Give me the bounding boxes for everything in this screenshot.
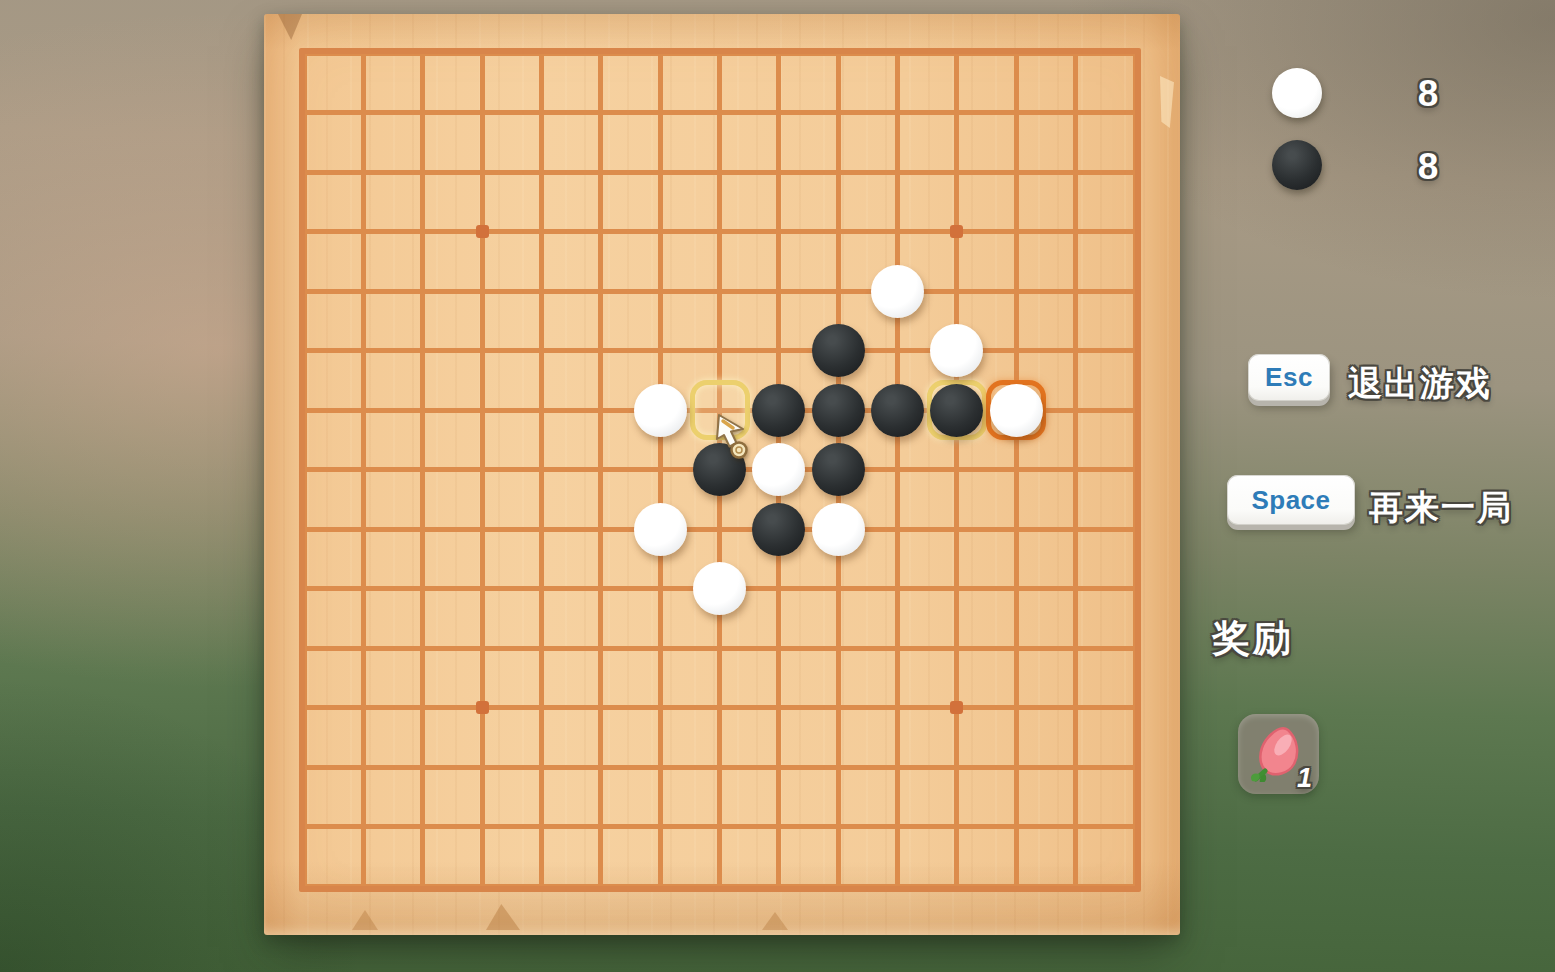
star-point	[950, 701, 963, 714]
game-screen: 8 8 Esc 退出游戏 Space 再来一局 奖励 1	[0, 0, 1555, 972]
star-point	[950, 225, 963, 238]
stone-black	[752, 384, 805, 437]
stone-black	[871, 384, 924, 437]
space-key-label: Space	[1251, 485, 1330, 516]
game-cursor	[713, 413, 751, 459]
stone-white	[812, 503, 865, 556]
space-key-button[interactable]: Space	[1227, 475, 1355, 525]
esc-key-label: Esc	[1265, 362, 1313, 393]
stone-black	[930, 384, 983, 437]
reward-count: 1	[1297, 763, 1312, 793]
stone-black	[812, 324, 865, 377]
gomoku-board[interactable]	[264, 14, 1180, 935]
white-stone-indicator	[1272, 68, 1322, 118]
stone-white	[693, 562, 746, 615]
wood-notch	[762, 912, 788, 930]
reward-slot[interactable]: 1	[1238, 714, 1319, 794]
stone-black	[812, 443, 865, 496]
star-point	[476, 701, 489, 714]
esc-key-button[interactable]: Esc	[1248, 354, 1330, 401]
black-stone-indicator	[1272, 140, 1322, 190]
stone-white	[634, 384, 687, 437]
exit-game-label: 退出游戏	[1348, 361, 1492, 407]
play-again-label: 再来一局	[1369, 485, 1513, 531]
black-stone-count: 8	[1398, 145, 1458, 189]
reward-title: 奖励	[1212, 613, 1294, 664]
stone-black	[752, 503, 805, 556]
wood-notch	[352, 910, 378, 930]
wood-notch	[278, 14, 302, 40]
stone-white	[634, 503, 687, 556]
wood-notch	[486, 904, 520, 930]
stone-white	[752, 443, 805, 496]
stone-white	[871, 265, 924, 318]
stone-black	[812, 384, 865, 437]
star-point	[476, 225, 489, 238]
wood-notch	[1160, 76, 1174, 128]
stone-white	[990, 384, 1043, 437]
white-stone-count: 8	[1398, 72, 1458, 116]
